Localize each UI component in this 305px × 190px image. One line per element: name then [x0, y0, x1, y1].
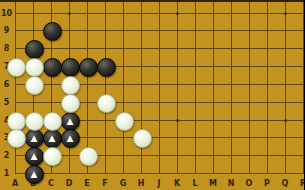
col-label-c: C [45, 179, 57, 188]
row-label-6: 6 [0, 80, 13, 89]
row-label-8: 8 [0, 44, 13, 53]
white-stone-b6[interactable] [25, 76, 44, 95]
grid-line-col-M [213, 2, 214, 174]
col-label-h: H [135, 179, 147, 188]
white-stone-a7[interactable] [7, 58, 26, 77]
black-stone-b8[interactable] [25, 40, 44, 59]
white-stone-a4[interactable] [7, 112, 26, 131]
black-stone-c9[interactable] [43, 22, 62, 41]
col-label-e: E [81, 179, 93, 188]
grid-line-col-K [177, 2, 178, 174]
col-label-o: O [243, 179, 255, 188]
triangle-mark: ▲ [31, 134, 38, 143]
grid-line-col-J [159, 2, 160, 174]
black-stone-d4[interactable]: ▲ [61, 112, 80, 131]
grid-line-row-8 [15, 48, 305, 49]
star-point-q10 [284, 12, 287, 15]
black-stone-f7[interactable] [97, 58, 116, 77]
white-stone-a3[interactable] [7, 129, 26, 148]
col-label-j: J [153, 179, 165, 188]
row-label-5: 5 [0, 98, 13, 107]
black-stone-e7[interactable] [79, 58, 98, 77]
triangle-mark: ▲ [31, 170, 38, 179]
grid-line-col-O [249, 2, 250, 174]
white-stone-c2[interactable] [43, 147, 62, 166]
white-stone-d5[interactable] [61, 94, 80, 113]
star-point-q4 [284, 119, 287, 122]
black-stone-d7[interactable] [61, 58, 80, 77]
grid-line-col-F [105, 2, 106, 174]
black-stone-d3[interactable]: ▲ [61, 129, 80, 148]
white-stone-b4[interactable] [25, 112, 44, 131]
star-point-k10 [176, 12, 179, 15]
white-stone-d6[interactable] [61, 76, 80, 95]
black-stone-c3[interactable]: ▲ [43, 129, 62, 148]
grid-line-col-G [123, 2, 124, 174]
triangle-mark: ▲ [31, 152, 38, 161]
white-stone-e2[interactable] [79, 147, 98, 166]
grid-line-col-Q [285, 2, 286, 174]
board-top-edge [0, 0, 304, 2]
col-label-f: F [99, 179, 111, 188]
grid-line-col-R [303, 2, 304, 174]
col-label-m: M [207, 179, 219, 188]
white-stone-c4[interactable] [43, 112, 62, 131]
triangle-mark: ▲ [49, 134, 56, 143]
black-stone-b3[interactable]: ▲ [25, 129, 44, 148]
star-point-d10 [68, 12, 71, 15]
black-stone-b1[interactable]: ▲ [25, 165, 44, 184]
white-stone-g4[interactable] [115, 112, 134, 131]
row-label-10: 10 [0, 9, 13, 18]
col-label-l: L [189, 179, 201, 188]
grid-line-row-10 [15, 13, 305, 14]
col-label-n: N [225, 179, 237, 188]
col-label-k: K [171, 179, 183, 188]
grid-line-col-L [195, 2, 196, 174]
col-label-q: Q [279, 179, 291, 188]
col-label-d: D [63, 179, 75, 188]
col-label-a: A [9, 179, 21, 188]
white-stone-h3[interactable] [133, 129, 152, 148]
col-label-p: P [261, 179, 273, 188]
star-point-k4 [176, 119, 179, 122]
white-stone-b7[interactable] [25, 58, 44, 77]
col-label-r: R [297, 179, 304, 188]
triangle-mark: ▲ [67, 134, 74, 143]
black-stone-b2[interactable]: ▲ [25, 147, 44, 166]
go-board-screen: 12345678910ABCDEFGHJKLMNOPQR▲▲▲▲▲▲ [0, 0, 304, 190]
white-stone-f5[interactable] [97, 94, 116, 113]
row-label-9: 9 [0, 26, 13, 35]
row-label-1: 1 [0, 169, 13, 178]
grid-line-row-6 [15, 84, 305, 85]
row-label-2: 2 [0, 151, 13, 160]
black-stone-c7[interactable] [43, 58, 62, 77]
grid-line-col-N [231, 2, 232, 174]
triangle-mark: ▲ [67, 116, 74, 125]
grid-line-row-1 [15, 173, 305, 174]
grid-line-col-P [267, 2, 268, 174]
col-label-g: G [117, 179, 129, 188]
grid-line-row-5 [15, 102, 305, 103]
